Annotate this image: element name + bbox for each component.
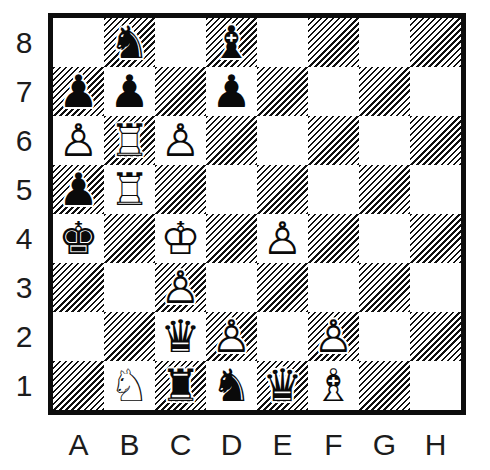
piece-white-knight-b1[interactable]: ♘ <box>104 361 155 410</box>
square-b7[interactable]: ♟♟ <box>104 67 155 116</box>
piece-white-rook-b5[interactable]: ♖ <box>104 165 155 214</box>
piece-white-pawn-c3[interactable]: ♙ <box>155 263 206 312</box>
piece-black-pawn-d7[interactable]: ♟ <box>206 67 257 116</box>
piece-black-king-a4[interactable]: ♚ <box>53 214 104 263</box>
square-c5[interactable] <box>155 165 206 214</box>
square-b3[interactable] <box>104 263 155 312</box>
square-e6[interactable] <box>257 116 308 165</box>
file-label-h: H <box>410 427 461 463</box>
square-f7[interactable] <box>308 67 359 116</box>
rank-label-7: 7 <box>8 67 40 116</box>
square-a2[interactable] <box>53 312 104 361</box>
square-c2[interactable]: ♛♛ <box>155 312 206 361</box>
file-label-e: E <box>257 427 308 463</box>
square-f3[interactable] <box>308 263 359 312</box>
square-g3[interactable] <box>359 263 410 312</box>
square-g5[interactable] <box>359 165 410 214</box>
square-f2[interactable]: ♟♙ <box>308 312 359 361</box>
square-g4[interactable] <box>359 214 410 263</box>
square-e8[interactable] <box>257 18 308 67</box>
piece-black-pawn-b7[interactable]: ♟ <box>104 67 155 116</box>
file-label-b: B <box>104 427 155 463</box>
square-e2[interactable] <box>257 312 308 361</box>
piece-white-pawn-f2[interactable]: ♙ <box>308 312 359 361</box>
square-d1[interactable]: ♞♞ <box>206 361 257 410</box>
square-h8[interactable] <box>410 18 461 67</box>
file-label-g: G <box>359 427 410 463</box>
square-f1[interactable]: ♝♗ <box>308 361 359 410</box>
rank-label-5: 5 <box>8 165 40 214</box>
square-f8[interactable] <box>308 18 359 67</box>
piece-white-pawn-a6[interactable]: ♙ <box>53 116 104 165</box>
square-g7[interactable] <box>359 67 410 116</box>
piece-white-pawn-e4[interactable]: ♙ <box>257 214 308 263</box>
square-c6[interactable]: ♟♙ <box>155 116 206 165</box>
rank-label-1: 1 <box>8 361 40 410</box>
piece-white-pawn-c6[interactable]: ♙ <box>155 116 206 165</box>
piece-white-rook-b6[interactable]: ♖ <box>104 116 155 165</box>
piece-white-pawn-d2[interactable]: ♙ <box>206 312 257 361</box>
file-label-a: A <box>53 427 104 463</box>
square-e4[interactable]: ♟♙ <box>257 214 308 263</box>
square-h3[interactable] <box>410 263 461 312</box>
square-a8[interactable] <box>53 18 104 67</box>
square-d5[interactable] <box>206 165 257 214</box>
square-a5[interactable]: ♟♟ <box>53 165 104 214</box>
square-c3[interactable]: ♟♙ <box>155 263 206 312</box>
piece-black-queen-c2[interactable]: ♛ <box>155 312 206 361</box>
file-label-c: C <box>155 427 206 463</box>
rank-label-6: 6 <box>8 116 40 165</box>
square-h1[interactable] <box>410 361 461 410</box>
rank-label-4: 4 <box>8 214 40 263</box>
square-b8[interactable]: ♞♞ <box>104 18 155 67</box>
square-d6[interactable] <box>206 116 257 165</box>
piece-black-rook-c1[interactable]: ♜ <box>155 361 206 410</box>
square-f6[interactable] <box>308 116 359 165</box>
square-h6[interactable] <box>410 116 461 165</box>
square-b4[interactable] <box>104 214 155 263</box>
square-f5[interactable] <box>308 165 359 214</box>
square-g8[interactable] <box>359 18 410 67</box>
square-e3[interactable] <box>257 263 308 312</box>
square-b2[interactable] <box>104 312 155 361</box>
piece-white-bishop-f1[interactable]: ♗ <box>308 361 359 410</box>
piece-black-pawn-a7[interactable]: ♟ <box>53 67 104 116</box>
square-a7[interactable]: ♟♟ <box>53 67 104 116</box>
square-a6[interactable]: ♟♙ <box>53 116 104 165</box>
square-g6[interactable] <box>359 116 410 165</box>
square-a1[interactable] <box>53 361 104 410</box>
rank-labels: 87654321 <box>8 18 40 410</box>
square-d7[interactable]: ♟♟ <box>206 67 257 116</box>
square-d8[interactable]: ♝♝ <box>206 18 257 67</box>
square-h4[interactable] <box>410 214 461 263</box>
piece-black-pawn-a5[interactable]: ♟ <box>53 165 104 214</box>
chess-board: ♞♞♝♝♟♟♟♟♟♟♟♙♜♖♟♙♟♟♜♖♚♚♚♔♟♙♟♙♛♛♟♙♟♙♞♘♜♜♞♞… <box>48 13 466 415</box>
square-h2[interactable] <box>410 312 461 361</box>
square-h7[interactable] <box>410 67 461 116</box>
square-h5[interactable] <box>410 165 461 214</box>
rank-label-3: 3 <box>8 263 40 312</box>
square-b6[interactable]: ♜♖ <box>104 116 155 165</box>
square-c4[interactable]: ♚♔ <box>155 214 206 263</box>
square-e1[interactable]: ♛♛ <box>257 361 308 410</box>
square-f4[interactable] <box>308 214 359 263</box>
square-c7[interactable] <box>155 67 206 116</box>
square-e7[interactable] <box>257 67 308 116</box>
square-g1[interactable] <box>359 361 410 410</box>
square-b1[interactable]: ♞♘ <box>104 361 155 410</box>
rank-label-8: 8 <box>8 18 40 67</box>
rank-label-2: 2 <box>8 312 40 361</box>
square-d4[interactable] <box>206 214 257 263</box>
square-d3[interactable] <box>206 263 257 312</box>
piece-black-knight-b8[interactable]: ♞ <box>104 18 155 67</box>
piece-black-queen-e1[interactable]: ♛ <box>257 361 308 410</box>
square-c1[interactable]: ♜♜ <box>155 361 206 410</box>
file-labels: ABCDEFGH <box>53 427 461 463</box>
square-a4[interactable]: ♚♚ <box>53 214 104 263</box>
piece-black-bishop-d8[interactable]: ♝ <box>206 18 257 67</box>
file-label-d: D <box>206 427 257 463</box>
square-c8[interactable] <box>155 18 206 67</box>
square-d2[interactable]: ♟♙ <box>206 312 257 361</box>
piece-white-king-c4[interactable]: ♔ <box>155 214 206 263</box>
file-label-f: F <box>308 427 359 463</box>
square-e5[interactable] <box>257 165 308 214</box>
square-a3[interactable] <box>53 263 104 312</box>
piece-black-knight-d1[interactable]: ♞ <box>206 361 257 410</box>
square-b5[interactable]: ♜♖ <box>104 165 155 214</box>
square-g2[interactable] <box>359 312 410 361</box>
